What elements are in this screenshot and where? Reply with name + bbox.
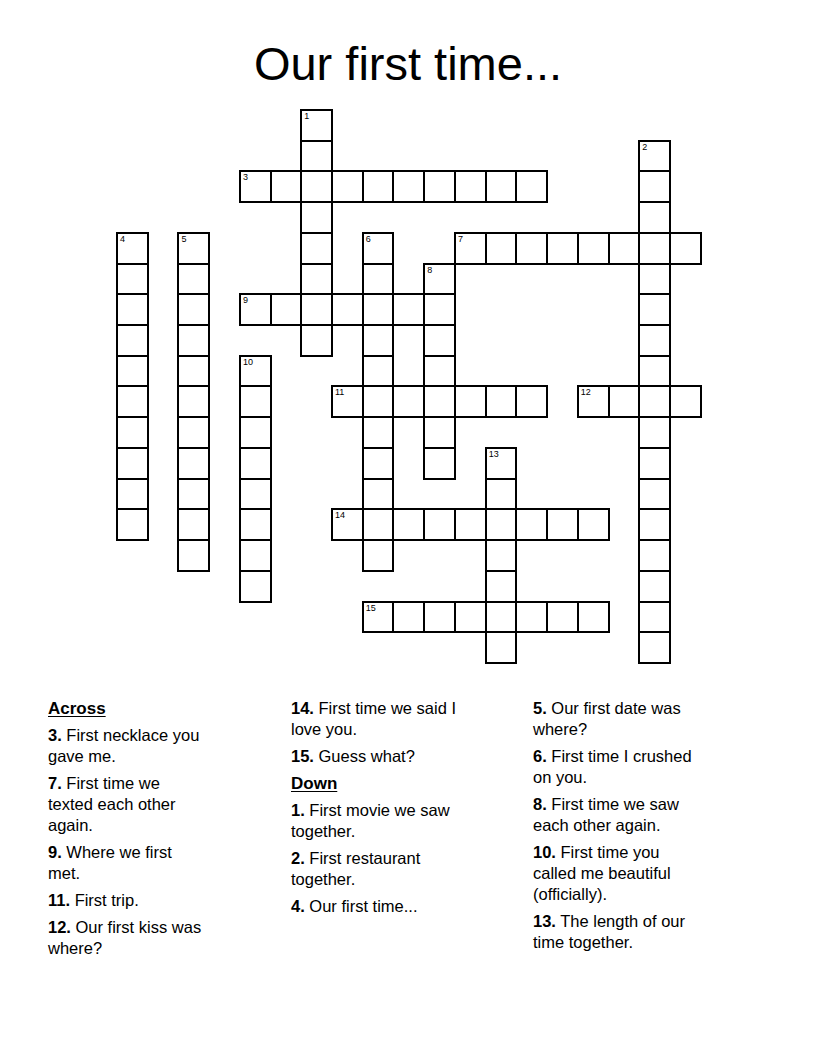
clues-section: Across3. First necklace you gave me.7. F… (0, 698, 816, 998)
grid-cell-r13c0[interactable] (116, 508, 149, 541)
grid-cell-r0c6[interactable]: 1 (300, 109, 333, 142)
grid-cell-r6c2[interactable] (177, 293, 210, 326)
grid-cell-r4c14[interactable] (546, 232, 579, 265)
grid-cell-r11c2[interactable] (177, 447, 210, 480)
clue-down-4: 4. Our first time... (291, 896, 527, 917)
clue-number-label: 10. (533, 843, 556, 861)
clue-across-9: 9. Where we first met. (48, 842, 284, 884)
clue-text: Our first date was where? (533, 699, 681, 738)
clue-across-3: 3. First necklace you gave me. (48, 725, 284, 767)
grid-cell-r8c10[interactable] (423, 355, 456, 388)
grid-cell-r13c13[interactable] (515, 508, 548, 541)
grid-cell-r8c4[interactable]: 10 (239, 355, 272, 388)
clue-text: Where we first met. (48, 843, 172, 882)
grid-cell-r6c4[interactable]: 9 (239, 293, 272, 326)
grid-cell-r10c17[interactable] (638, 416, 671, 449)
grid-cell-r13c8[interactable] (362, 508, 395, 541)
grid-cell-r13c9[interactable] (392, 508, 425, 541)
clue-across-15: 15. Guess what? (291, 746, 527, 767)
grid-cell-r3c6[interactable] (300, 201, 333, 234)
clue-number-label: 4. (291, 897, 305, 915)
clue-text: First time I crushed on you. (533, 747, 692, 786)
cell-number-13: 13 (489, 449, 499, 460)
grid-cell-r7c6[interactable] (300, 324, 333, 357)
grid-cell-r13c14[interactable] (546, 508, 579, 541)
clue-text: Our first kiss was where? (48, 918, 201, 957)
clue-number-label: 12. (48, 918, 71, 936)
grid-cell-r16c8[interactable]: 15 (362, 601, 395, 634)
grid-cell-r9c13[interactable] (515, 385, 548, 418)
grid-cell-r4c18[interactable] (669, 232, 702, 265)
grid-cell-r16c11[interactable] (454, 601, 487, 634)
grid-cell-r4c8[interactable]: 6 (362, 232, 395, 265)
clue-number-label: 9. (48, 843, 62, 861)
grid-cell-r14c4[interactable] (239, 539, 272, 572)
grid-cell-r2c13[interactable] (515, 170, 548, 203)
grid-cell-r7c0[interactable] (116, 324, 149, 357)
grid-cell-r9c15[interactable]: 12 (577, 385, 610, 418)
grid-cell-r16c9[interactable] (392, 601, 425, 634)
clue-text: First necklace you gave me. (48, 726, 199, 765)
grid-cell-r2c17[interactable] (638, 170, 671, 203)
grid-cell-r17c12[interactable] (485, 631, 518, 664)
grid-cell-r5c2[interactable] (177, 263, 210, 296)
across-header: Across (48, 698, 284, 719)
grid-cell-r2c5[interactable] (270, 170, 303, 203)
clue-down-5: 5. Our first date was where? (533, 698, 777, 740)
grid-cell-r14c12[interactable] (485, 539, 518, 572)
grid-cell-r4c11[interactable]: 7 (454, 232, 487, 265)
cell-number-8: 8 (427, 265, 432, 276)
grid-cell-r10c2[interactable] (177, 416, 210, 449)
grid-cell-r15c12[interactable] (485, 570, 518, 603)
clue-text: First restaurant together. (291, 849, 420, 888)
clue-number-label: 15. (291, 747, 314, 765)
puzzle-title: Our first time... (0, 36, 816, 92)
grid-cell-r3c17[interactable] (638, 201, 671, 234)
grid-cell-r5c10[interactable]: 8 (423, 263, 456, 296)
grid-cell-r2c7[interactable] (331, 170, 364, 203)
clue-across-12: 12. Our first kiss was where? (48, 917, 284, 959)
grid-cell-r8c8[interactable] (362, 355, 395, 388)
clue-down-13: 13. The length of our time together. (533, 911, 777, 953)
grid-cell-r6c7[interactable] (331, 293, 364, 326)
grid-cell-r13c7[interactable]: 14 (331, 508, 364, 541)
grid-cell-r11c4[interactable] (239, 447, 272, 480)
clue-number-label: 14. (291, 699, 314, 717)
grid-cell-r10c0[interactable] (116, 416, 149, 449)
grid-cell-r2c4[interactable]: 3 (239, 170, 272, 203)
grid-cell-r6c10[interactable] (423, 293, 456, 326)
clue-text: The length of our time together. (533, 912, 685, 951)
clue-across-11: 11. First trip. (48, 890, 284, 911)
clue-across-7: 7. First time we texted each other again… (48, 773, 284, 836)
clue-text: Our first time... (309, 897, 417, 915)
grid-cell-r9c0[interactable] (116, 385, 149, 418)
grid-cell-r14c17[interactable] (638, 539, 671, 572)
cell-number-3: 3 (243, 172, 248, 183)
grid-cell-r16c15[interactable] (577, 601, 610, 634)
grid-cell-r13c2[interactable] (177, 508, 210, 541)
cell-number-10: 10 (243, 357, 253, 368)
clues-column-3: 5. Our first date was where?6. First tim… (533, 698, 777, 959)
grid-cell-r5c8[interactable] (362, 263, 395, 296)
grid-cell-r7c2[interactable] (177, 324, 210, 357)
crossword-grid: 123456789101112131415 (117, 110, 701, 664)
grid-cell-r2c10[interactable] (423, 170, 456, 203)
clues-column-2: 14. First time we said I love you.15. Gu… (291, 698, 527, 923)
grid-cell-r9c16[interactable] (608, 385, 641, 418)
grid-cell-r4c0[interactable]: 4 (116, 232, 149, 265)
grid-cell-r14c8[interactable] (362, 539, 395, 572)
grid-cell-r9c9[interactable] (392, 385, 425, 418)
clue-number-label: 8. (533, 795, 547, 813)
cell-number-2: 2 (642, 142, 647, 153)
worksheet-page: Our first time... 123456789101112131415 … (0, 0, 816, 1056)
grid-cell-r15c17[interactable] (638, 570, 671, 603)
grid-cell-r5c17[interactable] (638, 263, 671, 296)
grid-cell-r4c12[interactable] (485, 232, 518, 265)
grid-cell-r10c10[interactable] (423, 416, 456, 449)
grid-cell-r9c4[interactable] (239, 385, 272, 418)
grid-cell-r2c9[interactable] (392, 170, 425, 203)
clue-text: Guess what? (319, 747, 415, 765)
grid-cell-r7c10[interactable] (423, 324, 456, 357)
clue-down-2: 2. First restaurant together. (291, 848, 527, 890)
clue-text: First movie we saw together. (291, 801, 450, 840)
grid-cell-r12c12[interactable] (485, 478, 518, 511)
grid-cell-r4c6[interactable] (300, 232, 333, 265)
grid-cell-r13c10[interactable] (423, 508, 456, 541)
grid-cell-r15c4[interactable] (239, 570, 272, 603)
grid-cell-r4c16[interactable] (608, 232, 641, 265)
grid-cell-r17c17[interactable] (638, 631, 671, 664)
grid-cell-r16c12[interactable] (485, 601, 518, 634)
grid-cell-r6c5[interactable] (270, 293, 303, 326)
grid-cell-r9c2[interactable] (177, 385, 210, 418)
cell-number-1: 1 (304, 111, 309, 122)
grid-cell-r10c4[interactable] (239, 416, 272, 449)
grid-cell-r6c8[interactable] (362, 293, 395, 326)
grid-cell-r7c8[interactable] (362, 324, 395, 357)
grid-cell-r11c17[interactable] (638, 447, 671, 480)
clue-text: First time we saw each other again. (533, 795, 679, 834)
cell-number-7: 7 (458, 234, 463, 245)
grid-cell-r9c12[interactable] (485, 385, 518, 418)
cell-number-9: 9 (243, 295, 248, 306)
clues-column-1: Across3. First necklace you gave me.7. F… (48, 698, 284, 965)
cell-number-14: 14 (335, 510, 345, 521)
clue-number-label: 5. (533, 699, 547, 717)
grid-cell-r12c0[interactable] (116, 478, 149, 511)
grid-cell-r5c6[interactable] (300, 263, 333, 296)
clue-across-14: 14. First time we said I love you. (291, 698, 527, 740)
grid-cell-r9c17[interactable] (638, 385, 671, 418)
grid-cell-r2c11[interactable] (454, 170, 487, 203)
grid-cell-r2c8[interactable] (362, 170, 395, 203)
clue-text: First time we texted each other again. (48, 774, 176, 834)
grid-cell-r13c12[interactable] (485, 508, 518, 541)
cell-number-5: 5 (181, 234, 186, 245)
clue-number-label: 13. (533, 912, 556, 930)
cell-number-6: 6 (366, 234, 371, 245)
grid-cell-r9c8[interactable] (362, 385, 395, 418)
grid-cell-r13c11[interactable] (454, 508, 487, 541)
clue-down-8: 8. First time we saw each other again. (533, 794, 777, 836)
grid-cell-r1c17[interactable]: 2 (638, 140, 671, 173)
grid-cell-r1c6[interactable] (300, 140, 333, 173)
grid-cell-r16c10[interactable] (423, 601, 456, 634)
grid-cell-r4c17[interactable] (638, 232, 671, 265)
grid-cell-r16c17[interactable] (638, 601, 671, 634)
grid-cell-r12c4[interactable] (239, 478, 272, 511)
grid-cell-r14c2[interactable] (177, 539, 210, 572)
cell-number-4: 4 (120, 234, 125, 245)
grid-cell-r4c2[interactable]: 5 (177, 232, 210, 265)
grid-cell-r2c12[interactable] (485, 170, 518, 203)
grid-cell-r2c6[interactable] (300, 170, 333, 203)
grid-cell-r16c14[interactable] (546, 601, 579, 634)
clue-number-label: 11. (48, 891, 70, 909)
grid-cell-r5c0[interactable] (116, 263, 149, 296)
cell-number-12: 12 (581, 387, 591, 398)
grid-cell-r7c17[interactable] (638, 324, 671, 357)
grid-cell-r10c8[interactable] (362, 416, 395, 449)
cell-number-15: 15 (366, 603, 376, 614)
cell-number-11: 11 (335, 387, 344, 398)
grid-cell-r13c17[interactable] (638, 508, 671, 541)
clue-number-label: 7. (48, 774, 62, 792)
clue-number-label: 3. (48, 726, 62, 744)
grid-cell-r12c2[interactable] (177, 478, 210, 511)
grid-cell-r8c2[interactable] (177, 355, 210, 388)
clue-text: First time we said I love you. (291, 699, 456, 738)
grid-cell-r11c12[interactable]: 13 (485, 447, 518, 480)
grid-cell-r9c10[interactable] (423, 385, 456, 418)
clue-number-label: 6. (533, 747, 547, 765)
grid-cell-r8c17[interactable] (638, 355, 671, 388)
clue-down-1: 1. First movie we saw together. (291, 800, 527, 842)
clue-number-label: 1. (291, 801, 305, 819)
grid-cell-r6c17[interactable] (638, 293, 671, 326)
grid-cell-r6c9[interactable] (392, 293, 425, 326)
grid-cell-r16c13[interactable] (515, 601, 548, 634)
grid-cell-r13c15[interactable] (577, 508, 610, 541)
grid-cell-r9c11[interactable] (454, 385, 487, 418)
clue-down-10: 10. First time you called me beautiful (… (533, 842, 777, 905)
grid-cell-r12c17[interactable] (638, 478, 671, 511)
grid-cell-r11c8[interactable] (362, 447, 395, 480)
grid-cell-r13c4[interactable] (239, 508, 272, 541)
grid-cell-r4c13[interactable] (515, 232, 548, 265)
grid-cell-r6c0[interactable] (116, 293, 149, 326)
grid-cell-r4c15[interactable] (577, 232, 610, 265)
clue-number-label: 2. (291, 849, 305, 867)
clue-down-6: 6. First time I crushed on you. (533, 746, 777, 788)
grid-cell-r11c10[interactable] (423, 447, 456, 480)
grid-cell-r8c0[interactable] (116, 355, 149, 388)
grid-cell-r9c7[interactable]: 11 (331, 385, 364, 418)
grid-cell-r11c0[interactable] (116, 447, 149, 480)
down-header: Down (291, 773, 527, 794)
clue-text: First trip. (75, 891, 139, 909)
grid-cell-r12c8[interactable] (362, 478, 395, 511)
grid-cell-r6c6[interactable] (300, 293, 333, 326)
grid-cell-r9c18[interactable] (669, 385, 702, 418)
